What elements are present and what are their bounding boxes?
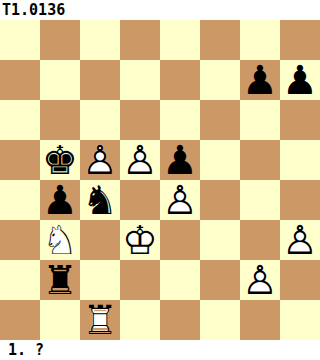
square-f7[interactable] [200, 60, 240, 100]
piece-black-rook: ♜ [40, 260, 80, 300]
square-d2[interactable] [120, 260, 160, 300]
square-f8[interactable] [200, 20, 240, 60]
piece-black-knight: ♞ [80, 180, 120, 220]
square-g4[interactable] [240, 180, 280, 220]
piece-white-king-outline: ♔ [120, 220, 160, 260]
square-h4[interactable] [280, 180, 320, 220]
square-b4[interactable]: ♟ [40, 180, 80, 220]
square-f3[interactable] [200, 220, 240, 260]
square-h6[interactable] [280, 100, 320, 140]
piece-white-pawn: ♟ [80, 140, 120, 180]
piece-black-pawn: ♟ [240, 60, 280, 100]
square-c3[interactable] [80, 220, 120, 260]
square-c6[interactable] [80, 100, 120, 140]
square-c7[interactable] [80, 60, 120, 100]
square-e2[interactable] [160, 260, 200, 300]
square-f6[interactable] [200, 100, 240, 140]
piece-white-pawn: ♟ [280, 220, 320, 260]
square-a1[interactable] [0, 300, 40, 340]
piece-black-pawn: ♟ [40, 180, 80, 220]
square-f2[interactable] [200, 260, 240, 300]
square-h7[interactable]: ♟ [280, 60, 320, 100]
square-e7[interactable] [160, 60, 200, 100]
piece-black-king: ♚ [40, 140, 80, 180]
square-a8[interactable] [0, 20, 40, 60]
square-g7[interactable]: ♟ [240, 60, 280, 100]
square-d6[interactable] [120, 100, 160, 140]
square-a5[interactable] [0, 140, 40, 180]
square-h5[interactable] [280, 140, 320, 180]
square-e6[interactable] [160, 100, 200, 140]
square-h3[interactable]: ♟♙ [280, 220, 320, 260]
square-g2[interactable]: ♟♙ [240, 260, 280, 300]
square-c1[interactable]: ♜♖ [80, 300, 120, 340]
puzzle-title: T1.0136 [0, 0, 320, 20]
square-d1[interactable] [120, 300, 160, 340]
square-d3[interactable]: ♚♔ [120, 220, 160, 260]
square-c4[interactable]: ♞ [80, 180, 120, 220]
square-e5[interactable]: ♟ [160, 140, 200, 180]
square-g3[interactable] [240, 220, 280, 260]
square-g6[interactable] [240, 100, 280, 140]
square-d7[interactable] [120, 60, 160, 100]
square-h2[interactable] [280, 260, 320, 300]
square-c5[interactable]: ♟♙ [80, 140, 120, 180]
piece-white-pawn: ♟ [240, 260, 280, 300]
square-h8[interactable] [280, 20, 320, 60]
piece-white-pawn: ♟ [120, 140, 160, 180]
square-a4[interactable] [0, 180, 40, 220]
square-c8[interactable] [80, 20, 120, 60]
square-g5[interactable] [240, 140, 280, 180]
piece-white-king: ♚ [120, 220, 160, 260]
square-b6[interactable] [40, 100, 80, 140]
piece-white-pawn-outline: ♙ [240, 260, 280, 300]
piece-white-pawn-outline: ♙ [160, 180, 200, 220]
square-a2[interactable] [0, 260, 40, 300]
square-a3[interactable] [0, 220, 40, 260]
square-b8[interactable] [40, 20, 80, 60]
square-b7[interactable] [40, 60, 80, 100]
piece-white-rook-outline: ♖ [80, 300, 120, 340]
square-e4[interactable]: ♟♙ [160, 180, 200, 220]
square-b5[interactable]: ♚ [40, 140, 80, 180]
piece-white-pawn: ♟ [160, 180, 200, 220]
piece-black-pawn: ♟ [160, 140, 200, 180]
square-b3[interactable]: ♞♘ [40, 220, 80, 260]
square-g1[interactable] [240, 300, 280, 340]
square-g8[interactable] [240, 20, 280, 60]
square-b2[interactable]: ♜ [40, 260, 80, 300]
chess-board: ♟♟♚♟♙♟♙♟♟♞♟♙♞♘♚♔♟♙♜♟♙♜♖ [0, 20, 320, 340]
piece-white-knight-outline: ♘ [40, 220, 80, 260]
square-f5[interactable] [200, 140, 240, 180]
square-h1[interactable] [280, 300, 320, 340]
move-prompt: 1. ? [0, 340, 320, 360]
square-c2[interactable] [80, 260, 120, 300]
square-e3[interactable] [160, 220, 200, 260]
square-f4[interactable] [200, 180, 240, 220]
piece-white-pawn-outline: ♙ [280, 220, 320, 260]
square-f1[interactable] [200, 300, 240, 340]
square-a6[interactable] [0, 100, 40, 140]
square-b1[interactable] [40, 300, 80, 340]
piece-white-knight: ♞ [40, 220, 80, 260]
square-d8[interactable] [120, 20, 160, 60]
square-e8[interactable] [160, 20, 200, 60]
piece-white-pawn-outline: ♙ [120, 140, 160, 180]
piece-white-pawn-outline: ♙ [80, 140, 120, 180]
piece-black-pawn: ♟ [280, 60, 320, 100]
square-d4[interactable] [120, 180, 160, 220]
piece-white-rook: ♜ [80, 300, 120, 340]
square-a7[interactable] [0, 60, 40, 100]
square-d5[interactable]: ♟♙ [120, 140, 160, 180]
square-e1[interactable] [160, 300, 200, 340]
